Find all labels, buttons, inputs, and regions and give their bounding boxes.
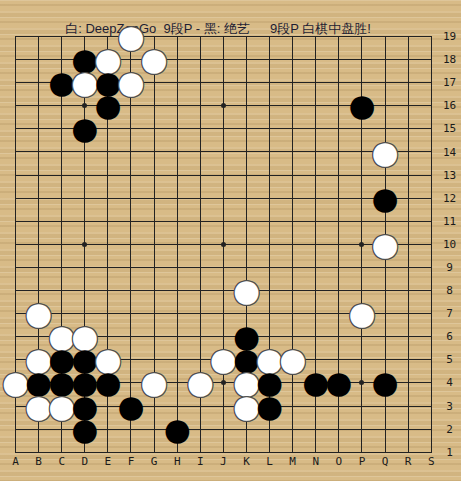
intersection-B16[interactable]: [27, 94, 50, 117]
intersection-I4[interactable]: ●: [189, 371, 212, 394]
intersection-L14[interactable]: [258, 140, 281, 163]
intersection-B14[interactable]: [27, 140, 50, 163]
intersection-N13[interactable]: [304, 164, 327, 187]
intersection-A14[interactable]: [4, 140, 27, 163]
intersection-M18[interactable]: [281, 48, 304, 71]
row-label-9: 9: [440, 256, 459, 279]
intersection-M17[interactable]: [281, 71, 304, 94]
intersection-D8[interactable]: [73, 279, 96, 302]
intersection-J10[interactable]: [212, 233, 235, 256]
intersection-I8[interactable]: [189, 279, 212, 302]
intersection-D9[interactable]: [73, 256, 96, 279]
row-label-2: 2: [440, 418, 459, 441]
intersection-I18[interactable]: [189, 48, 212, 71]
intersection-O6[interactable]: [327, 325, 350, 348]
intersection-P19[interactable]: [350, 25, 373, 48]
black-stone: ●: [374, 371, 397, 394]
intersection-B10[interactable]: [27, 233, 50, 256]
column-label-B: B: [27, 455, 50, 469]
intersection-J8[interactable]: [212, 279, 235, 302]
intersection-M14[interactable]: [281, 140, 304, 163]
intersection-D11[interactable]: [73, 210, 96, 233]
column-label-I: I: [189, 455, 212, 469]
black-stone: ●: [350, 94, 373, 117]
intersection-P18[interactable]: [350, 48, 373, 71]
intersection-P10[interactable]: [350, 233, 373, 256]
intersection-R11[interactable]: [397, 210, 420, 233]
intersection-B17[interactable]: [27, 71, 50, 94]
intersection-C11[interactable]: [50, 210, 73, 233]
intersection-Q16[interactable]: [374, 94, 397, 117]
intersection-A17[interactable]: [4, 71, 27, 94]
intersection-K8[interactable]: ●: [235, 279, 258, 302]
intersection-L11[interactable]: [258, 210, 281, 233]
intersection-J7[interactable]: [212, 302, 235, 325]
intersection-N7[interactable]: [304, 302, 327, 325]
intersection-B15[interactable]: [27, 117, 50, 140]
intersection-D17[interactable]: ●: [73, 71, 96, 94]
intersection-A12[interactable]: [4, 187, 27, 210]
column-label-N: N: [304, 455, 327, 469]
intersection-J12[interactable]: [212, 187, 235, 210]
intersection-J14[interactable]: [212, 140, 235, 163]
intersection-F14[interactable]: [119, 140, 142, 163]
black-stone: ●: [258, 395, 281, 418]
row-label-4: 4: [440, 371, 459, 394]
intersection-N14[interactable]: [304, 140, 327, 163]
intersection-A16[interactable]: [4, 94, 27, 117]
intersection-H17[interactable]: [166, 71, 189, 94]
intersection-K19[interactable]: [235, 25, 258, 48]
intersection-R16[interactable]: [397, 94, 420, 117]
intersection-G8[interactable]: [143, 279, 166, 302]
column-label-E: E: [96, 455, 119, 469]
intersection-G2[interactable]: [143, 418, 166, 441]
intersection-H7[interactable]: [166, 302, 189, 325]
intersection-G15[interactable]: [143, 117, 166, 140]
intersection-R3[interactable]: [397, 395, 420, 418]
intersection-R7[interactable]: [397, 302, 420, 325]
intersection-E10[interactable]: [96, 233, 119, 256]
intersection-B9[interactable]: [27, 256, 50, 279]
intersection-K16[interactable]: [235, 94, 258, 117]
intersection-B19[interactable]: [27, 25, 50, 48]
intersection-D10[interactable]: [73, 233, 96, 256]
white-stone: ●: [119, 71, 142, 94]
intersection-J18[interactable]: [212, 48, 235, 71]
go-kifu-viewer: { "game": "go", "header": { "left": "白: …: [0, 0, 461, 481]
intersection-Q4[interactable]: ●: [374, 371, 397, 394]
intersection-I15[interactable]: [189, 117, 212, 140]
intersection-A2[interactable]: [4, 418, 27, 441]
intersection-F13[interactable]: [119, 164, 142, 187]
intersection-P2[interactable]: [350, 418, 373, 441]
intersection-R9[interactable]: [397, 256, 420, 279]
intersection-O2[interactable]: [327, 418, 350, 441]
intersection-H14[interactable]: [166, 140, 189, 163]
intersection-L9[interactable]: [258, 256, 281, 279]
intersection-K11[interactable]: [235, 210, 258, 233]
intersection-K10[interactable]: [235, 233, 258, 256]
intersection-H10[interactable]: [166, 233, 189, 256]
black-stone: ●: [73, 418, 96, 441]
intersection-O7[interactable]: [327, 302, 350, 325]
intersection-R19[interactable]: [397, 25, 420, 48]
intersection-A13[interactable]: [4, 164, 27, 187]
row-label-16: 16: [440, 94, 459, 117]
intersection-P3[interactable]: [350, 395, 373, 418]
intersection-M13[interactable]: [281, 164, 304, 187]
intersection-Q12[interactable]: ●: [374, 187, 397, 210]
intersection-M7[interactable]: [281, 302, 304, 325]
intersection-I9[interactable]: [189, 256, 212, 279]
intersection-I11[interactable]: [189, 210, 212, 233]
intersection-B12[interactable]: [27, 187, 50, 210]
intersection-H18[interactable]: [166, 48, 189, 71]
intersection-A11[interactable]: [4, 210, 27, 233]
intersection-J5[interactable]: ●: [212, 348, 235, 371]
intersection-D13[interactable]: [73, 164, 96, 187]
intersection-O17[interactable]: [327, 71, 350, 94]
intersection-E8[interactable]: [96, 279, 119, 302]
black-stone: ●: [304, 371, 327, 394]
intersection-P11[interactable]: [350, 210, 373, 233]
intersection-M8[interactable]: [281, 279, 304, 302]
intersection-E2[interactable]: [96, 418, 119, 441]
intersection-Q14[interactable]: ●: [374, 140, 397, 163]
intersection-L10[interactable]: [258, 233, 281, 256]
intersection-E16[interactable]: ●: [96, 94, 119, 117]
intersection-P5[interactable]: [350, 348, 373, 371]
intersection-M12[interactable]: [281, 187, 304, 210]
intersection-F8[interactable]: [119, 279, 142, 302]
intersection-A8[interactable]: [4, 279, 27, 302]
row-label-12: 12: [440, 187, 459, 210]
intersection-I7[interactable]: [189, 302, 212, 325]
intersection-I14[interactable]: [189, 140, 212, 163]
intersection-L3[interactable]: ●: [258, 395, 281, 418]
intersection-B11[interactable]: [27, 210, 50, 233]
intersection-O8[interactable]: [327, 279, 350, 302]
intersection-J15[interactable]: [212, 117, 235, 140]
intersection-C19[interactable]: [50, 25, 73, 48]
intersection-J2[interactable]: [212, 418, 235, 441]
row-label-13: 13: [440, 164, 459, 187]
intersection-J16[interactable]: [212, 94, 235, 117]
intersection-E7[interactable]: [96, 302, 119, 325]
intersection-A7[interactable]: [4, 302, 27, 325]
intersection-L17[interactable]: [258, 71, 281, 94]
intersection-G18[interactable]: ●: [143, 48, 166, 71]
intersection-M16[interactable]: [281, 94, 304, 117]
intersection-C8[interactable]: [50, 279, 73, 302]
intersection-L19[interactable]: [258, 25, 281, 48]
intersection-J17[interactable]: [212, 71, 235, 94]
intersection-O13[interactable]: [327, 164, 350, 187]
intersection-R13[interactable]: [397, 164, 420, 187]
intersection-H4[interactable]: [166, 371, 189, 394]
intersection-C15[interactable]: [50, 117, 73, 140]
intersection-P12[interactable]: [350, 187, 373, 210]
column-label-G: G: [143, 455, 166, 469]
intersection-N6[interactable]: [304, 325, 327, 348]
intersection-R17[interactable]: [397, 71, 420, 94]
row-label-8: 8: [440, 279, 459, 302]
white-stone: ●: [189, 371, 212, 394]
intersection-N11[interactable]: [304, 210, 327, 233]
row-label-7: 7: [440, 302, 459, 325]
intersection-H12[interactable]: [166, 187, 189, 210]
intersection-O19[interactable]: [327, 25, 350, 48]
intersection-N17[interactable]: [304, 71, 327, 94]
intersection-Q18[interactable]: [374, 48, 397, 71]
intersection-N12[interactable]: [304, 187, 327, 210]
intersection-N10[interactable]: [304, 233, 327, 256]
intersection-C3[interactable]: ●: [50, 395, 73, 418]
white-stone: ●: [212, 348, 235, 371]
intersection-E4[interactable]: ●: [96, 371, 119, 394]
intersection-H9[interactable]: [166, 256, 189, 279]
intersection-D2[interactable]: ●: [73, 418, 96, 441]
intersection-P9[interactable]: [350, 256, 373, 279]
intersection-R18[interactable]: [397, 48, 420, 71]
intersection-L8[interactable]: [258, 279, 281, 302]
intersection-C13[interactable]: [50, 164, 73, 187]
intersection-C14[interactable]: [50, 140, 73, 163]
intersection-N9[interactable]: [304, 256, 327, 279]
intersection-O11[interactable]: [327, 210, 350, 233]
intersection-R2[interactable]: [397, 418, 420, 441]
intersection-M3[interactable]: [281, 395, 304, 418]
intersection-A15[interactable]: [4, 117, 27, 140]
intersection-C9[interactable]: [50, 256, 73, 279]
white-stone: ●: [235, 395, 258, 418]
intersection-K14[interactable]: [235, 140, 258, 163]
intersection-Q2[interactable]: [374, 418, 397, 441]
intersection-H15[interactable]: [166, 117, 189, 140]
intersection-G13[interactable]: [143, 164, 166, 187]
intersection-O10[interactable]: [327, 233, 350, 256]
intersection-R12[interactable]: [397, 187, 420, 210]
intersection-A9[interactable]: [4, 256, 27, 279]
intersection-F17[interactable]: ●: [119, 71, 142, 94]
white-stone: ●: [374, 233, 397, 256]
intersection-O18[interactable]: [327, 48, 350, 71]
intersection-E11[interactable]: [96, 210, 119, 233]
intersection-I16[interactable]: [189, 94, 212, 117]
black-stone: ●: [327, 371, 350, 394]
intersection-M2[interactable]: [281, 418, 304, 441]
intersection-G10[interactable]: [143, 233, 166, 256]
intersection-N16[interactable]: [304, 94, 327, 117]
intersection-G12[interactable]: [143, 187, 166, 210]
intersection-M10[interactable]: [281, 233, 304, 256]
intersection-R5[interactable]: [397, 348, 420, 371]
column-label-O: O: [327, 455, 350, 469]
intersection-H19[interactable]: [166, 25, 189, 48]
row-labels: 19181716151413121110987654321: [440, 25, 459, 464]
intersection-A10[interactable]: [4, 233, 27, 256]
intersection-K15[interactable]: [235, 117, 258, 140]
intersection-Q8[interactable]: [374, 279, 397, 302]
intersection-A19[interactable]: [4, 25, 27, 48]
intersection-H13[interactable]: [166, 164, 189, 187]
intersection-F10[interactable]: [119, 233, 142, 256]
white-stone: ●: [143, 48, 166, 71]
intersection-O14[interactable]: [327, 140, 350, 163]
intersection-Q19[interactable]: [374, 25, 397, 48]
intersection-N2[interactable]: [304, 418, 327, 441]
intersection-I17[interactable]: [189, 71, 212, 94]
intersection-B3[interactable]: ●: [27, 395, 50, 418]
intersection-F6[interactable]: [119, 325, 142, 348]
intersection-M15[interactable]: [281, 117, 304, 140]
white-stone: ●: [281, 348, 304, 371]
intersection-H5[interactable]: [166, 348, 189, 371]
intersection-E12[interactable]: [96, 187, 119, 210]
intersection-R6[interactable]: [397, 325, 420, 348]
intersection-M19[interactable]: [281, 25, 304, 48]
row-label-11: 11: [440, 210, 459, 233]
intersection-J19[interactable]: [212, 25, 235, 48]
intersection-B13[interactable]: [27, 164, 50, 187]
intersection-R10[interactable]: [397, 233, 420, 256]
intersection-Q6[interactable]: [374, 325, 397, 348]
intersection-C12[interactable]: [50, 187, 73, 210]
intersection-R8[interactable]: [397, 279, 420, 302]
intersection-F5[interactable]: [119, 348, 142, 371]
intersection-P14[interactable]: [350, 140, 373, 163]
intersection-N4[interactable]: ●: [304, 371, 327, 394]
intersection-I19[interactable]: [189, 25, 212, 48]
intersection-J3[interactable]: [212, 395, 235, 418]
intersection-C10[interactable]: [50, 233, 73, 256]
intersection-E14[interactable]: [96, 140, 119, 163]
intersection-A6[interactable]: [4, 325, 27, 348]
intersection-I12[interactable]: [189, 187, 212, 210]
star-point: [221, 242, 226, 247]
intersection-H6[interactable]: [166, 325, 189, 348]
star-point: [359, 242, 364, 247]
intersection-K18[interactable]: [235, 48, 258, 71]
column-label-R: R: [397, 455, 420, 469]
intersection-I2[interactable]: [189, 418, 212, 441]
row-label-10: 10: [440, 233, 459, 256]
intersection-E13[interactable]: [96, 164, 119, 187]
row-label-3: 3: [440, 395, 459, 418]
intersection-C17[interactable]: ●: [50, 71, 73, 94]
intersection-F11[interactable]: [119, 210, 142, 233]
intersection-H16[interactable]: [166, 94, 189, 117]
intersection-P13[interactable]: [350, 164, 373, 187]
intersection-O4[interactable]: ●: [327, 371, 350, 394]
intersection-R15[interactable]: [397, 117, 420, 140]
intersection-G11[interactable]: [143, 210, 166, 233]
intersection-O15[interactable]: [327, 117, 350, 140]
column-label-A: A: [4, 455, 27, 469]
intersection-K12[interactable]: [235, 187, 258, 210]
intersection-L18[interactable]: [258, 48, 281, 71]
intersection-J9[interactable]: [212, 256, 235, 279]
intersection-N15[interactable]: [304, 117, 327, 140]
intersection-D15[interactable]: ●: [73, 117, 96, 140]
intersection-N19[interactable]: [304, 25, 327, 48]
go-board: ●●●●●●●●●●●●●●●●●●●●●●●●●●●●●●●●●●●●●●●●…: [4, 25, 443, 464]
intersection-H11[interactable]: [166, 210, 189, 233]
white-stone: ●: [374, 140, 397, 163]
intersection-G7[interactable]: [143, 302, 166, 325]
intersection-L16[interactable]: [258, 94, 281, 117]
intersection-F15[interactable]: [119, 117, 142, 140]
intersection-L12[interactable]: [258, 187, 281, 210]
intersection-B18[interactable]: [27, 48, 50, 71]
intersection-N18[interactable]: [304, 48, 327, 71]
intersection-G14[interactable]: [143, 140, 166, 163]
intersection-H8[interactable]: [166, 279, 189, 302]
column-label-H: H: [166, 455, 189, 469]
intersection-F3[interactable]: ●: [119, 395, 142, 418]
intersection-M11[interactable]: [281, 210, 304, 233]
intersection-P7[interactable]: ●: [350, 302, 373, 325]
intersection-L15[interactable]: [258, 117, 281, 140]
intersection-J13[interactable]: [212, 164, 235, 187]
intersection-J11[interactable]: [212, 210, 235, 233]
intersection-I10[interactable]: [189, 233, 212, 256]
intersection-O16[interactable]: [327, 94, 350, 117]
intersection-G6[interactable]: [143, 325, 166, 348]
intersection-G4[interactable]: ●: [143, 371, 166, 394]
intersection-G16[interactable]: [143, 94, 166, 117]
row-label-1: 1: [440, 441, 459, 464]
intersection-B7[interactable]: ●: [27, 302, 50, 325]
column-label-J: J: [212, 455, 235, 469]
intersection-F12[interactable]: [119, 187, 142, 210]
intersection-Q17[interactable]: [374, 71, 397, 94]
intersection-E9[interactable]: [96, 256, 119, 279]
intersection-L13[interactable]: [258, 164, 281, 187]
intersection-D12[interactable]: [73, 187, 96, 210]
row-label-14: 14: [440, 140, 459, 163]
intersection-K17[interactable]: [235, 71, 258, 94]
intersection-O9[interactable]: [327, 256, 350, 279]
intersection-R14[interactable]: [397, 140, 420, 163]
intersection-A4[interactable]: ●: [4, 371, 27, 394]
intersection-I6[interactable]: [189, 325, 212, 348]
intersection-O12[interactable]: [327, 187, 350, 210]
intersection-Q7[interactable]: [374, 302, 397, 325]
intersection-R4[interactable]: [397, 371, 420, 394]
intersection-F7[interactable]: [119, 302, 142, 325]
intersection-K13[interactable]: [235, 164, 258, 187]
column-label-K: K: [235, 455, 258, 469]
white-stone: ●: [119, 25, 142, 48]
intersection-K3[interactable]: ●: [235, 395, 258, 418]
intersection-I13[interactable]: [189, 164, 212, 187]
intersection-G9[interactable]: [143, 256, 166, 279]
intersection-F9[interactable]: [119, 256, 142, 279]
intersection-Q10[interactable]: ●: [374, 233, 397, 256]
intersection-P16[interactable]: ●: [350, 94, 373, 117]
intersection-A18[interactable]: [4, 48, 27, 71]
column-label-Q: Q: [374, 455, 397, 469]
intersection-L7[interactable]: [258, 302, 281, 325]
intersection-M5[interactable]: ●: [281, 348, 304, 371]
intersection-H2[interactable]: ●: [166, 418, 189, 441]
intersection-N8[interactable]: [304, 279, 327, 302]
intersection-P4[interactable]: [350, 371, 373, 394]
intersection-M9[interactable]: [281, 256, 304, 279]
intersection-F19[interactable]: ●: [119, 25, 142, 48]
